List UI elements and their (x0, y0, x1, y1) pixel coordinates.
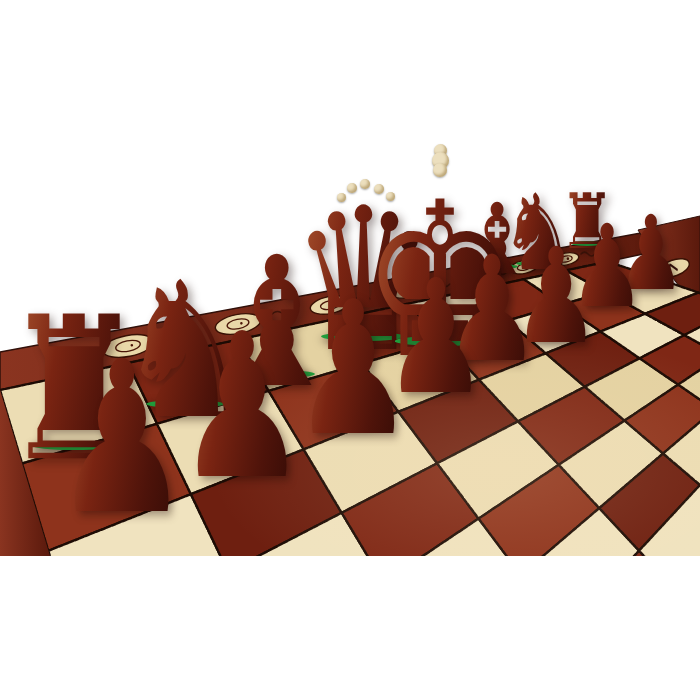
board-square (564, 551, 677, 688)
board-square (314, 655, 472, 700)
board-square (472, 632, 605, 700)
piece-a7-pawn[interactable]: ♟ (52, 334, 191, 544)
board-square (112, 659, 314, 700)
board-square (427, 575, 564, 700)
piece-b7-pawn[interactable]: ♟ (176, 307, 309, 507)
board-square (270, 583, 427, 700)
piece-c7-pawn[interactable]: ♟ (292, 277, 415, 462)
chess-set-photo: 7 ♜♞♝♛♚♝♞♜♟♟♟♟♟♟♟♟ (0, 0, 700, 700)
board-square (78, 572, 270, 700)
